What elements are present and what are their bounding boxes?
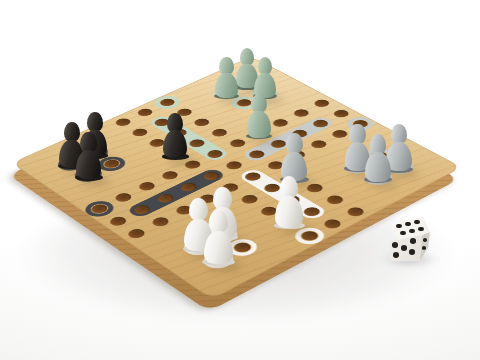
die-pip <box>418 227 424 232</box>
peg-body <box>204 231 234 264</box>
peg-green <box>215 57 237 97</box>
peg-body <box>247 111 271 138</box>
die-pip <box>405 222 411 227</box>
die-pip <box>392 242 399 248</box>
die-pip <box>401 245 408 251</box>
peg-body <box>365 152 391 182</box>
die-pip <box>423 238 427 242</box>
die-pip <box>410 238 417 244</box>
peg-white <box>204 210 234 264</box>
peg-grey <box>365 134 391 182</box>
die-pip <box>400 231 406 236</box>
peg-head <box>349 124 365 145</box>
peg-black <box>163 113 188 158</box>
die <box>384 214 434 266</box>
product-photo-scene <box>0 0 480 360</box>
peg-black <box>76 132 101 178</box>
die-pip <box>409 249 416 255</box>
peg-grey <box>281 133 307 180</box>
peg-white <box>275 176 303 227</box>
die-pip <box>393 252 400 258</box>
peg-head <box>209 210 228 234</box>
die-pip <box>414 220 420 225</box>
peg-body <box>275 196 303 228</box>
pegs-layer <box>0 0 480 360</box>
peg-green <box>247 94 271 138</box>
die-pip <box>409 229 415 234</box>
peg-body <box>76 150 101 179</box>
die-pip <box>422 246 426 250</box>
peg-body <box>215 73 237 98</box>
peg-body <box>163 130 188 158</box>
die-pip <box>396 224 402 229</box>
peg-green <box>254 57 276 97</box>
